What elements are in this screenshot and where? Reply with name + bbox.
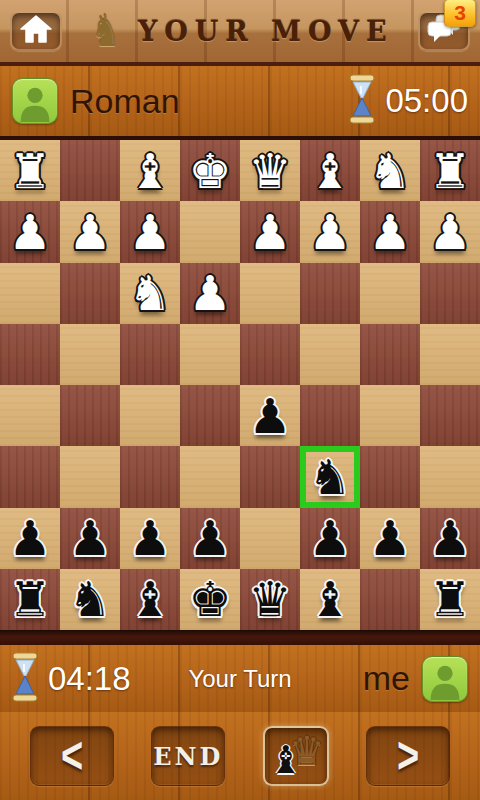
square-a5[interactable] — [420, 385, 480, 446]
square-b1[interactable]: ♞ — [360, 140, 420, 201]
square-d6[interactable] — [240, 446, 300, 507]
square-h2[interactable]: ♟ — [0, 201, 60, 262]
square-f3[interactable]: ♞ — [120, 263, 180, 324]
black-pawn-h7: ♟ — [8, 514, 51, 562]
square-d5[interactable]: ♟ — [240, 385, 300, 446]
black-pawn-d5: ♟ — [248, 392, 291, 440]
black-bishop-f8: ♝ — [128, 575, 171, 623]
square-b8[interactable] — [360, 569, 420, 630]
square-a6[interactable] — [420, 446, 480, 507]
my-player-bar: 04:18 Your Turn me — [0, 645, 480, 712]
square-a2[interactable]: ♟ — [420, 201, 480, 262]
chat-button[interactable]: 3 — [418, 11, 470, 51]
black-bishop-c8: ♝ — [308, 575, 351, 623]
chevron-left-icon: < — [61, 727, 83, 785]
square-h5[interactable] — [0, 385, 60, 446]
square-b7[interactable]: ♟ — [360, 508, 420, 569]
square-b4[interactable] — [360, 324, 420, 385]
square-c7[interactable]: ♟ — [300, 508, 360, 569]
white-rook-h1: ♜ — [8, 147, 51, 195]
white-pawn-e3: ♟ — [188, 269, 231, 317]
square-c2[interactable]: ♟ — [300, 201, 360, 262]
square-c3[interactable] — [300, 263, 360, 324]
white-knight-f3: ♞ — [128, 269, 171, 317]
chevron-right-icon: > — [397, 727, 419, 785]
square-g2[interactable]: ♟ — [60, 201, 120, 262]
square-c5[interactable] — [300, 385, 360, 446]
home-button[interactable] — [10, 11, 62, 51]
square-e2[interactable] — [180, 201, 240, 262]
square-g6[interactable] — [60, 446, 120, 507]
chess-board: ♜♝♚♛♝♞♜♟♟♟♟♟♟♟♞♟♟♞♟♟♟♟♟♟♟♜♞♝♚♛♝♜ — [0, 140, 480, 630]
next-move-button[interactable]: > — [366, 726, 450, 786]
my-avatar — [422, 656, 468, 702]
board-bottom-shadow — [0, 630, 480, 645]
square-a3[interactable] — [420, 263, 480, 324]
bishop-piece-icon: ♝ — [269, 738, 303, 782]
white-king-e1: ♚ — [188, 147, 231, 195]
turn-status: Your Turn — [188, 665, 291, 693]
person-icon — [13, 81, 57, 123]
white-pawn-f2: ♟ — [128, 208, 171, 256]
person-icon — [423, 659, 467, 701]
square-g3[interactable] — [60, 263, 120, 324]
white-bishop-c1: ♝ — [308, 147, 351, 195]
black-pawn-e7: ♟ — [188, 514, 231, 562]
square-a8[interactable]: ♜ — [420, 569, 480, 630]
opponent-bar: Roman 05:00 — [0, 66, 480, 136]
square-c6[interactable]: ♞ — [300, 446, 360, 507]
square-g4[interactable] — [60, 324, 120, 385]
square-b6[interactable] — [360, 446, 420, 507]
black-pawn-f7: ♟ — [128, 514, 171, 562]
square-b2[interactable]: ♟ — [360, 201, 420, 262]
captured-pieces-button[interactable]: ♛ ♝ — [263, 726, 329, 786]
square-e6[interactable] — [180, 446, 240, 507]
knight-statue-icon: ♞ — [92, 9, 120, 53]
square-h6[interactable] — [0, 446, 60, 507]
black-king-e8: ♚ — [188, 575, 231, 623]
square-f4[interactable] — [120, 324, 180, 385]
black-rook-h8: ♜ — [8, 575, 51, 623]
square-h3[interactable] — [0, 263, 60, 324]
square-e3[interactable]: ♟ — [180, 263, 240, 324]
white-knight-b1: ♞ — [368, 147, 411, 195]
square-h1[interactable]: ♜ — [0, 140, 60, 201]
square-f2[interactable]: ♟ — [120, 201, 180, 262]
square-f7[interactable]: ♟ — [120, 508, 180, 569]
square-f8[interactable]: ♝ — [120, 569, 180, 630]
white-pawn-g2: ♟ — [68, 208, 111, 256]
white-queen-d1: ♛ — [248, 147, 291, 195]
black-pawn-g7: ♟ — [68, 514, 111, 562]
black-knight-g8: ♞ — [68, 575, 111, 623]
square-a7[interactable]: ♟ — [420, 508, 480, 569]
square-c4[interactable] — [300, 324, 360, 385]
home-icon — [19, 13, 53, 49]
square-g8[interactable]: ♞ — [60, 569, 120, 630]
square-d7[interactable] — [240, 508, 300, 569]
square-f5[interactable] — [120, 385, 180, 446]
square-e7[interactable]: ♟ — [180, 508, 240, 569]
black-rook-a8: ♜ — [428, 575, 471, 623]
square-b5[interactable] — [360, 385, 420, 446]
page-title: YOUR MOVE — [138, 16, 394, 47]
square-d8[interactable]: ♛ — [240, 569, 300, 630]
white-pawn-h2: ♟ — [8, 208, 51, 256]
square-h4[interactable] — [0, 324, 60, 385]
white-bishop-f1: ♝ — [128, 147, 171, 195]
square-e1[interactable]: ♚ — [180, 140, 240, 201]
square-a4[interactable] — [420, 324, 480, 385]
square-h7[interactable]: ♟ — [0, 508, 60, 569]
opponent-name: Roman — [70, 82, 180, 121]
opponent-clock: 05:00 — [385, 82, 468, 120]
black-pawn-a7: ♟ — [428, 514, 471, 562]
square-c8[interactable]: ♝ — [300, 569, 360, 630]
square-g7[interactable]: ♟ — [60, 508, 120, 569]
square-b3[interactable] — [360, 263, 420, 324]
black-pawn-c7: ♟ — [308, 514, 351, 562]
square-c1[interactable]: ♝ — [300, 140, 360, 201]
square-g5[interactable] — [60, 385, 120, 446]
square-h8[interactable]: ♜ — [0, 569, 60, 630]
opponent-hourglass-icon — [349, 74, 375, 128]
square-f1[interactable]: ♝ — [120, 140, 180, 201]
white-rook-a1: ♜ — [428, 147, 471, 195]
square-e4[interactable] — [180, 324, 240, 385]
chess-app-screen: ♞ YOUR MOVE 3 Roman — [0, 0, 480, 800]
square-d3[interactable] — [240, 263, 300, 324]
white-pawn-d2: ♟ — [248, 208, 291, 256]
end-game-button[interactable]: END — [151, 726, 225, 786]
footer-toolbar: < END ♛ ♝ > — [0, 712, 480, 800]
white-pawn-c2: ♟ — [308, 208, 351, 256]
black-queen-d8: ♛ — [248, 575, 291, 623]
header-title-group: ♞ YOUR MOVE — [0, 0, 480, 62]
square-f6[interactable] — [120, 446, 180, 507]
square-d1[interactable]: ♛ — [240, 140, 300, 201]
black-knight-c6: ♞ — [308, 453, 351, 501]
chat-badge: 3 — [444, 0, 476, 27]
my-clock: 04:18 — [48, 660, 131, 698]
square-e8[interactable]: ♚ — [180, 569, 240, 630]
white-pawn-a2: ♟ — [428, 208, 471, 256]
my-name: me — [363, 659, 410, 698]
square-d4[interactable] — [240, 324, 300, 385]
my-hourglass-icon — [12, 652, 38, 706]
square-d2[interactable]: ♟ — [240, 201, 300, 262]
black-pawn-b7: ♟ — [368, 514, 411, 562]
header-bar: ♞ YOUR MOVE 3 — [0, 0, 480, 62]
opponent-avatar — [12, 78, 58, 124]
white-pawn-b2: ♟ — [368, 208, 411, 256]
square-e5[interactable] — [180, 385, 240, 446]
square-g1[interactable] — [60, 140, 120, 201]
square-a1[interactable]: ♜ — [420, 140, 480, 201]
previous-move-button[interactable]: < — [30, 726, 114, 786]
end-button-label: END — [153, 742, 223, 771]
